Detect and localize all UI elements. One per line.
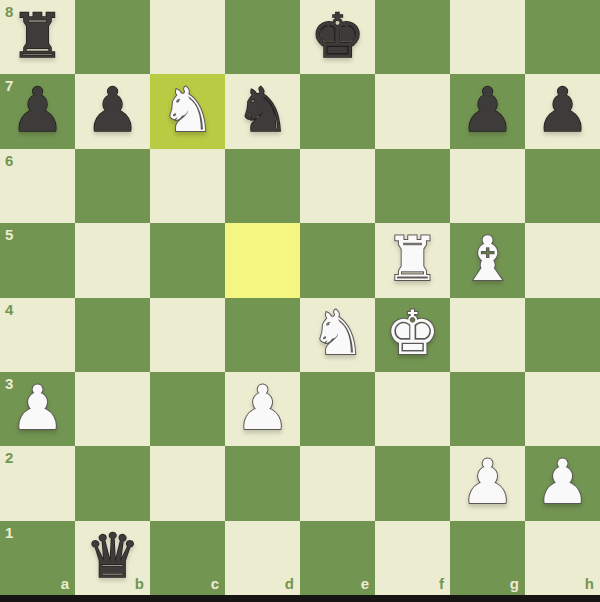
square-c5[interactable] xyxy=(150,223,225,297)
board-bottom-frame xyxy=(0,595,600,602)
square-b3[interactable] xyxy=(75,372,150,446)
square-d6[interactable] xyxy=(225,149,300,223)
square-f6[interactable] xyxy=(375,149,450,223)
square-f5[interactable]: ♜ xyxy=(375,223,450,297)
square-h4[interactable] xyxy=(525,298,600,372)
square-f7[interactable] xyxy=(375,74,450,148)
white-pawn[interactable]: ♟ xyxy=(460,451,515,512)
black-rook[interactable]: ♜ xyxy=(10,5,65,66)
black-king[interactable]: ♚ xyxy=(310,5,365,66)
file-label-f: f xyxy=(439,576,444,591)
square-c2[interactable] xyxy=(150,446,225,520)
square-e8[interactable]: ♚ xyxy=(300,0,375,74)
white-bishop[interactable]: ♝ xyxy=(460,228,515,289)
square-e7[interactable] xyxy=(300,74,375,148)
square-g5[interactable]: ♝ xyxy=(450,223,525,297)
white-pawn[interactable]: ♟ xyxy=(235,377,290,438)
file-label-e: e xyxy=(361,576,369,591)
file-label-h: h xyxy=(585,576,594,591)
black-knight[interactable]: ♞ xyxy=(235,79,290,140)
white-knight[interactable]: ♞ xyxy=(160,79,215,140)
square-c3[interactable] xyxy=(150,372,225,446)
square-g6[interactable] xyxy=(450,149,525,223)
rank-label-5: 5 xyxy=(5,227,13,242)
rank-label-6: 6 xyxy=(5,153,13,168)
square-g1[interactable]: g xyxy=(450,521,525,595)
rank-label-2: 2 xyxy=(5,450,13,465)
file-label-c: c xyxy=(211,576,219,591)
square-h7[interactable]: ♟ xyxy=(525,74,600,148)
square-c6[interactable] xyxy=(150,149,225,223)
square-h8[interactable] xyxy=(525,0,600,74)
file-label-a: a xyxy=(61,576,69,591)
square-d2[interactable] xyxy=(225,446,300,520)
square-d8[interactable] xyxy=(225,0,300,74)
square-g8[interactable] xyxy=(450,0,525,74)
square-a5[interactable]: 5 xyxy=(0,223,75,297)
black-queen[interactable]: ♛ xyxy=(85,525,140,586)
square-h2[interactable]: ♟ xyxy=(525,446,600,520)
rank-label-4: 4 xyxy=(5,302,13,317)
black-pawn[interactable]: ♟ xyxy=(460,79,515,140)
rank-label-1: 1 xyxy=(5,525,13,540)
black-pawn[interactable]: ♟ xyxy=(535,79,590,140)
file-label-d: d xyxy=(285,576,294,591)
square-g3[interactable] xyxy=(450,372,525,446)
square-f2[interactable] xyxy=(375,446,450,520)
square-d5[interactable] xyxy=(225,223,300,297)
square-h6[interactable] xyxy=(525,149,600,223)
square-f4[interactable]: ♚ xyxy=(375,298,450,372)
square-a2[interactable]: 2 xyxy=(0,446,75,520)
white-king[interactable]: ♚ xyxy=(385,302,440,363)
square-a7[interactable]: 7♟ xyxy=(0,74,75,148)
square-e4[interactable]: ♞ xyxy=(300,298,375,372)
square-d7[interactable]: ♞ xyxy=(225,74,300,148)
square-e2[interactable] xyxy=(300,446,375,520)
square-c4[interactable] xyxy=(150,298,225,372)
square-b8[interactable] xyxy=(75,0,150,74)
black-pawn[interactable]: ♟ xyxy=(10,79,65,140)
square-d1[interactable]: d xyxy=(225,521,300,595)
square-e3[interactable] xyxy=(300,372,375,446)
square-e5[interactable] xyxy=(300,223,375,297)
square-h1[interactable]: h xyxy=(525,521,600,595)
square-a1[interactable]: 1a xyxy=(0,521,75,595)
square-f3[interactable] xyxy=(375,372,450,446)
file-label-g: g xyxy=(510,576,519,591)
square-g7[interactable]: ♟ xyxy=(450,74,525,148)
white-pawn[interactable]: ♟ xyxy=(535,451,590,512)
square-g2[interactable]: ♟ xyxy=(450,446,525,520)
square-c8[interactable] xyxy=(150,0,225,74)
square-c1[interactable]: c xyxy=(150,521,225,595)
square-e6[interactable] xyxy=(300,149,375,223)
square-h3[interactable] xyxy=(525,372,600,446)
square-a3[interactable]: 3♟ xyxy=(0,372,75,446)
square-e1[interactable]: e xyxy=(300,521,375,595)
square-a4[interactable]: 4 xyxy=(0,298,75,372)
chess-board: 8♜♚7♟♟♞♞♟♟65♜♝4♞♚3♟♟2♟♟1ab♛cdefgh xyxy=(0,0,600,595)
square-b1[interactable]: b♛ xyxy=(75,521,150,595)
square-a8[interactable]: 8♜ xyxy=(0,0,75,74)
square-a6[interactable]: 6 xyxy=(0,149,75,223)
white-pawn[interactable]: ♟ xyxy=(10,377,65,438)
square-b5[interactable] xyxy=(75,223,150,297)
square-h5[interactable] xyxy=(525,223,600,297)
square-d4[interactable] xyxy=(225,298,300,372)
square-b2[interactable] xyxy=(75,446,150,520)
black-pawn[interactable]: ♟ xyxy=(85,79,140,140)
white-rook[interactable]: ♜ xyxy=(385,228,440,289)
square-f8[interactable] xyxy=(375,0,450,74)
square-b6[interactable] xyxy=(75,149,150,223)
square-d3[interactable]: ♟ xyxy=(225,372,300,446)
square-b7[interactable]: ♟ xyxy=(75,74,150,148)
white-knight[interactable]: ♞ xyxy=(310,302,365,363)
square-c7[interactable]: ♞ xyxy=(150,74,225,148)
square-f1[interactable]: f xyxy=(375,521,450,595)
square-g4[interactable] xyxy=(450,298,525,372)
chess-app-window: 8♜♚7♟♟♞♞♟♟65♜♝4♞♚3♟♟2♟♟1ab♛cdefgh xyxy=(0,0,600,602)
square-b4[interactable] xyxy=(75,298,150,372)
